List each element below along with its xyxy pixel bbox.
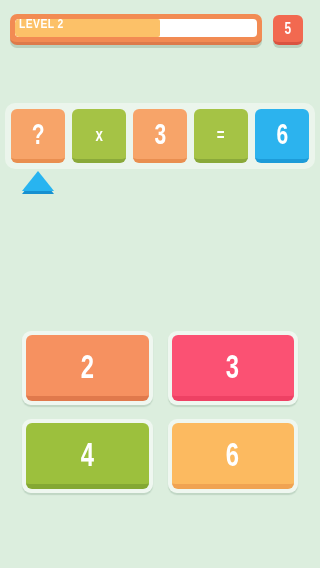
choices-grid: 2 3 4 6 (22, 331, 298, 493)
choice-button-4[interactable]: 4 (26, 423, 149, 489)
choice-button-6[interactable]: 6 (172, 423, 295, 489)
choice-cell: 6 (168, 419, 299, 493)
choice-cell: 4 (22, 419, 153, 493)
equation-tile-unknown: ? (11, 109, 65, 163)
equation-tile-result: 6 (255, 109, 309, 163)
counter-badge: 5 (273, 15, 303, 45)
level-label: LEVEL 2 (19, 16, 75, 31)
choice-cell: 2 (22, 331, 153, 405)
equation-tile-operator: x (72, 109, 126, 163)
choice-button-2[interactable]: 2 (26, 335, 149, 401)
equation-panel: ? x 3 = 6 (5, 103, 315, 169)
equation-tile-equals: = (194, 109, 248, 163)
choice-cell: 3 (168, 331, 299, 405)
game-screen: { "game": "math-equation-puzzle", "posit… (0, 0, 320, 568)
active-slot-pointer-icon (22, 171, 54, 191)
choice-button-3[interactable]: 3 (172, 335, 295, 401)
equation-tile-operand: 3 (133, 109, 187, 163)
level-progress-bar: LEVEL 2 (10, 14, 262, 45)
